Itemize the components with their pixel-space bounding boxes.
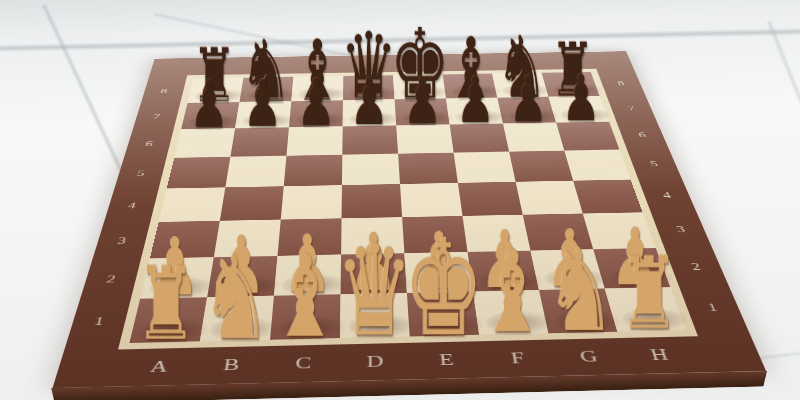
piece-white-knight[interactable]: ♞ [201, 240, 272, 356]
square-f5[interactable] [454, 151, 516, 182]
square-b1[interactable]: ♞ [200, 296, 274, 341]
square-b5[interactable] [225, 156, 286, 188]
file-label-g: G [550, 338, 630, 376]
rank-label-right-7: 7 [607, 95, 657, 121]
square-c5[interactable] [284, 155, 343, 187]
piece-black-pawn[interactable]: ♟ [562, 66, 601, 130]
file-label-d: D [339, 343, 412, 381]
square-f7[interactable]: ♟ [446, 98, 503, 125]
square-d5[interactable] [342, 154, 400, 186]
piece-white-king[interactable]: ♚ [403, 221, 484, 354]
square-c1[interactable]: ♝ [270, 294, 341, 339]
file-label-h: H [619, 336, 702, 374]
piece-black-pawn[interactable]: ♟ [509, 67, 548, 131]
square-c7[interactable]: ♟ [289, 100, 343, 127]
square-a1[interactable]: ♜ [129, 297, 207, 343]
photo-canvas: ♜♞♝♛♚♝♞♜♟♟♟♟♟♟♟♟♟♟♟♟♟♟♟♟♜♞♝♛♚♝♞♜ ABCDEFG… [0, 0, 800, 400]
square-c4[interactable] [281, 185, 342, 219]
square-h6[interactable] [556, 122, 619, 151]
rank-label-left-2: 2 [80, 259, 141, 300]
piece-black-pawn[interactable]: ♟ [403, 69, 442, 133]
square-g5[interactable] [509, 150, 573, 181]
square-d7[interactable]: ♟ [343, 99, 397, 126]
piece-black-pawn[interactable]: ♟ [189, 72, 228, 136]
square-e6[interactable] [396, 124, 453, 153]
piece-white-rook[interactable]: ♜ [619, 244, 680, 343]
piece-black-pawn[interactable]: ♟ [456, 68, 495, 132]
square-d1[interactable]: ♛ [340, 293, 410, 338]
square-b4[interactable] [220, 186, 284, 221]
file-label-f: F [480, 340, 558, 378]
board-frame: ♜♞♝♛♚♝♞♜♟♟♟♟♟♟♟♟♟♟♟♟♟♟♟♟♜♞♝♛♚♝♞♜ [118, 69, 698, 350]
file-label-a: A [119, 348, 199, 387]
square-a6[interactable] [174, 128, 235, 157]
piece-white-rook[interactable]: ♜ [136, 254, 197, 355]
piece-black-pawn[interactable]: ♟ [243, 72, 282, 136]
square-g6[interactable] [503, 123, 564, 152]
playing-area: ♜♞♝♛♚♝♞♜♟♟♟♟♟♟♟♟♟♟♟♟♟♟♟♟♜♞♝♛♚♝♞♜ [129, 72, 686, 343]
square-b7[interactable]: ♟ [235, 101, 291, 128]
square-a4[interactable] [159, 187, 226, 222]
piece-white-queen[interactable]: ♛ [336, 228, 413, 354]
rank-label-left-6: 6 [124, 129, 174, 158]
scene: ♜♞♝♛♚♝♞♜♟♟♟♟♟♟♟♟♟♟♟♟♟♟♟♟♜♞♝♛♚♝♞♜ ABCDEFG… [0, 0, 800, 400]
rank-label-left-4: 4 [104, 189, 159, 223]
square-b6[interactable] [230, 127, 289, 156]
board-border: ♜♞♝♛♚♝♞♜♟♟♟♟♟♟♟♟♟♟♟♟♟♟♟♟♜♞♝♛♚♝♞♜ ABCDEFG… [52, 51, 766, 388]
file-label-e: E [410, 341, 485, 379]
square-c6[interactable] [286, 126, 342, 155]
square-e5[interactable] [398, 153, 458, 184]
square-a7[interactable]: ♟ [181, 102, 239, 129]
piece-black-pawn[interactable]: ♟ [350, 70, 389, 134]
rank-label-left-8: 8 [141, 79, 187, 104]
square-h4[interactable] [573, 180, 642, 214]
chess-board: ♜♞♝♛♚♝♞♜♟♟♟♟♟♟♟♟♟♟♟♟♟♟♟♟♜♞♝♛♚♝♞♜ ABCDEFG… [52, 51, 766, 388]
square-g4[interactable] [516, 181, 583, 215]
piece-white-knight[interactable]: ♞ [546, 233, 616, 348]
square-e1[interactable]: ♚ [407, 291, 479, 336]
piece-black-pawn[interactable]: ♟ [296, 71, 335, 135]
rank-label-right-5: 5 [627, 149, 682, 180]
rank-label-left-7: 7 [133, 103, 181, 130]
square-e7[interactable]: ♟ [395, 99, 450, 126]
square-d4[interactable] [342, 184, 403, 218]
square-d6[interactable] [342, 125, 398, 154]
square-a5[interactable] [167, 157, 231, 189]
square-f6[interactable] [450, 124, 509, 153]
file-label-c: C [266, 344, 340, 383]
piece-white-bishop[interactable]: ♝ [271, 240, 340, 353]
rank-label-right-8: 8 [598, 71, 646, 96]
file-label-b: B [193, 346, 270, 385]
square-h5[interactable] [564, 149, 630, 180]
piece-white-bishop[interactable]: ♝ [478, 236, 547, 349]
